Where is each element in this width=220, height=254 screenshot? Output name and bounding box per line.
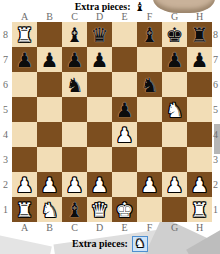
file-label-e: E: [112, 12, 137, 22]
rank-label-7: 7: [0, 47, 11, 72]
square-h2[interactable]: ♟: [187, 172, 212, 197]
square-d7[interactable]: ♟: [87, 47, 112, 72]
piece-white-pawn[interactable]: ♟: [191, 175, 209, 195]
square-c5[interactable]: [62, 97, 87, 122]
file-label-h: H: [187, 12, 212, 22]
square-b6[interactable]: [37, 72, 62, 97]
rank-label-7: 7: [211, 47, 220, 72]
square-b8[interactable]: [37, 22, 62, 47]
square-c2[interactable]: ♟: [62, 172, 87, 197]
square-h3[interactable]: [187, 147, 212, 172]
piece-white-rook[interactable]: ♜: [16, 25, 34, 45]
square-e5[interactable]: ♟: [112, 97, 137, 122]
file-label-h: H: [187, 223, 212, 233]
file-label-g: G: [162, 223, 187, 233]
rank-labels-right: 87654321: [211, 22, 220, 222]
square-e4[interactable]: ♟: [112, 122, 137, 147]
square-a4[interactable]: [12, 122, 37, 147]
piece-white-knight[interactable]: ♞: [166, 100, 184, 120]
square-h7[interactable]: ♟: [187, 47, 212, 72]
square-a6[interactable]: [12, 72, 37, 97]
square-f8[interactable]: ♝: [137, 22, 162, 47]
square-h4[interactable]: [187, 122, 212, 147]
file-labels-top: ABCDEFGH: [12, 12, 212, 22]
extra-pieces-bar-white: Extra pieces: ♞: [0, 236, 220, 251]
rank-label-3: 3: [0, 147, 11, 172]
square-f2[interactable]: ♟: [137, 172, 162, 197]
square-d5[interactable]: [87, 97, 112, 122]
rank-label-2: 2: [0, 172, 11, 197]
file-label-a: A: [12, 12, 37, 22]
rank-label-4: 4: [211, 122, 220, 147]
rank-label-3: 3: [211, 147, 220, 172]
square-d8[interactable]: ♛: [87, 22, 112, 47]
square-a1[interactable]: ♜: [12, 197, 37, 222]
piece-white-pawn[interactable]: ♟: [16, 175, 34, 195]
piece-white-pawn[interactable]: ♟: [116, 125, 134, 145]
square-f5[interactable]: [137, 97, 162, 122]
rank-label-8: 8: [0, 22, 11, 47]
square-b7[interactable]: ♟: [37, 47, 62, 72]
piece-black-king[interactable]: ♚: [166, 25, 184, 45]
piece-black-knight[interactable]: ♞: [141, 75, 159, 95]
rank-labels-left: 87654321: [0, 22, 11, 222]
square-e6[interactable]: [112, 72, 137, 97]
square-h8[interactable]: ♜: [187, 22, 212, 47]
square-c1[interactable]: ♝: [62, 197, 87, 222]
piece-black-bishop[interactable]: ♝: [66, 200, 84, 220]
piece-black-bishop[interactable]: ♝: [66, 25, 84, 45]
rank-label-1: 1: [0, 197, 11, 222]
square-c6[interactable]: ♞: [62, 72, 87, 97]
square-g3[interactable]: [162, 147, 187, 172]
square-g7[interactable]: ♟: [162, 47, 187, 72]
file-label-d: D: [87, 223, 112, 233]
square-d6[interactable]: [87, 72, 112, 97]
square-e8[interactable]: [112, 22, 137, 47]
file-label-f: F: [137, 223, 162, 233]
square-c4[interactable]: [62, 122, 87, 147]
piece-white-king[interactable]: ♚: [116, 200, 134, 220]
piece-black-knight[interactable]: ♞: [66, 75, 84, 95]
file-label-a: A: [12, 223, 37, 233]
piece-black-pawn[interactable]: ♟: [166, 50, 184, 70]
chess-setup-app: Extra pieces: ♝ ABCDEFGH 87654321 876543…: [0, 0, 220, 254]
piece-black-pawn[interactable]: ♟: [116, 100, 134, 120]
piece-white-rook[interactable]: ♜: [16, 200, 34, 220]
file-label-c: C: [62, 223, 87, 233]
square-h6[interactable]: [187, 72, 212, 97]
file-labels-bottom: ABCDEFGH: [12, 223, 212, 233]
square-a5[interactable]: [12, 97, 37, 122]
white-knight-icon: ♞: [135, 238, 145, 249]
piece-black-pawn[interactable]: ♟: [91, 50, 109, 70]
square-g6[interactable]: [162, 72, 187, 97]
piece-white-rook[interactable]: ♜: [191, 200, 209, 220]
square-h5[interactable]: [187, 97, 212, 122]
square-f7[interactable]: [137, 47, 162, 72]
square-h1[interactable]: ♜: [187, 197, 212, 222]
piece-black-bishop[interactable]: ♝: [141, 25, 159, 45]
file-label-f: F: [137, 12, 162, 22]
square-g5[interactable]: ♞: [162, 97, 187, 122]
square-f1[interactable]: [137, 197, 162, 222]
square-a7[interactable]: ♟: [12, 47, 37, 72]
square-e7[interactable]: [112, 47, 137, 72]
square-e2[interactable]: [112, 172, 137, 197]
square-d3[interactable]: [87, 147, 112, 172]
square-g4[interactable]: [162, 122, 187, 147]
file-label-b: B: [37, 12, 62, 22]
square-f4[interactable]: [137, 122, 162, 147]
extra-piece-white-knight-selected[interactable]: ♞: [132, 236, 148, 252]
square-d2[interactable]: ♟: [87, 172, 112, 197]
file-label-g: G: [162, 12, 187, 22]
square-b5[interactable]: [37, 97, 62, 122]
file-label-d: D: [87, 12, 112, 22]
rank-label-2: 2: [211, 172, 220, 197]
piece-black-pawn[interactable]: ♟: [41, 50, 59, 70]
square-a3[interactable]: [12, 147, 37, 172]
rank-label-1: 1: [211, 197, 220, 222]
chess-board: ♜♝♛♝♚♜♟♟♟♟♟♟♞♞♟♞♟♟♟♟♟♟♟♟♜♞♝♛♚♜: [12, 22, 212, 222]
square-f6[interactable]: ♞: [137, 72, 162, 97]
extra-pieces-label-bottom: Extra pieces:: [72, 238, 128, 249]
square-a2[interactable]: ♟: [12, 172, 37, 197]
square-b3[interactable]: [37, 147, 62, 172]
square-b4[interactable]: [37, 122, 62, 147]
rank-label-6: 6: [211, 72, 220, 97]
piece-white-pawn[interactable]: ♟: [41, 175, 59, 195]
rank-label-5: 5: [0, 97, 11, 122]
rank-label-6: 6: [0, 72, 11, 97]
square-e1[interactable]: ♚: [112, 197, 137, 222]
square-b1[interactable]: ♞: [37, 197, 62, 222]
piece-black-rook[interactable]: ♜: [191, 25, 209, 45]
square-g1[interactable]: [162, 197, 187, 222]
square-g2[interactable]: ♟: [162, 172, 187, 197]
square-c8[interactable]: ♝: [62, 22, 87, 47]
square-d1[interactable]: ♛: [87, 197, 112, 222]
square-b2[interactable]: ♟: [37, 172, 62, 197]
piece-white-pawn[interactable]: ♟: [141, 175, 159, 195]
rank-label-8: 8: [211, 22, 220, 47]
file-label-b: B: [37, 223, 62, 233]
piece-black-pawn[interactable]: ♟: [191, 50, 209, 70]
square-c7[interactable]: ♟: [62, 47, 87, 72]
square-e3[interactable]: [112, 147, 137, 172]
rank-label-5: 5: [211, 97, 220, 122]
piece-white-queen[interactable]: ♛: [91, 200, 109, 220]
extra-piece-black-bishop[interactable]: ♝: [135, 1, 146, 13]
square-a8[interactable]: ♜: [12, 22, 37, 47]
square-f3[interactable]: [137, 147, 162, 172]
file-label-c: C: [62, 12, 87, 22]
square-d4[interactable]: [87, 122, 112, 147]
piece-white-pawn[interactable]: ♟: [66, 175, 84, 195]
piece-white-pawn[interactable]: ♟: [91, 175, 109, 195]
piece-white-pawn[interactable]: ♟: [166, 175, 184, 195]
rank-label-4: 4: [0, 122, 11, 147]
piece-black-queen[interactable]: ♛: [91, 25, 109, 45]
file-label-e: E: [112, 223, 137, 233]
piece-black-pawn[interactable]: ♟: [66, 50, 84, 70]
piece-black-pawn[interactable]: ♟: [16, 50, 34, 70]
square-g8[interactable]: ♚: [162, 22, 187, 47]
piece-white-knight[interactable]: ♞: [41, 200, 59, 220]
square-c3[interactable]: [62, 147, 87, 172]
